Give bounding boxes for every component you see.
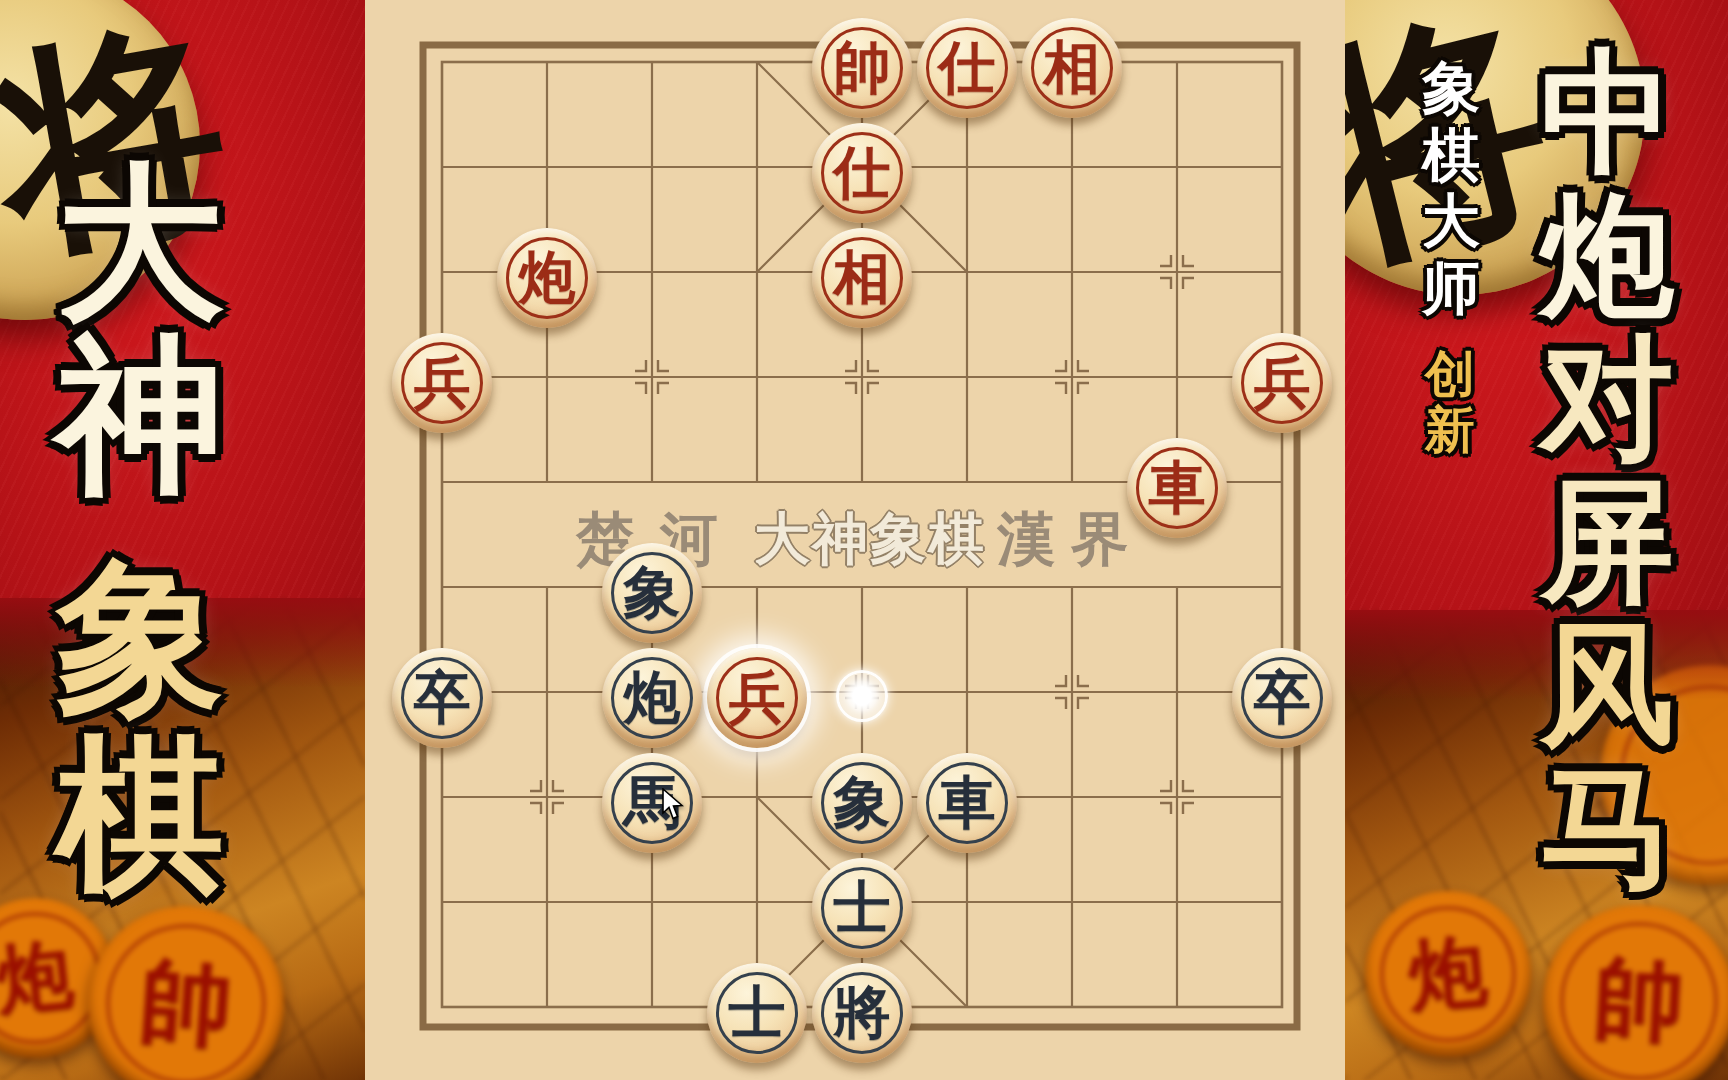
piece-glyph: 車 bbox=[939, 773, 996, 830]
piece-red-兵[interactable]: 兵 bbox=[392, 333, 492, 433]
piece-black-卒[interactable]: 卒 bbox=[1232, 648, 1332, 748]
piece-red-仕[interactable]: 仕 bbox=[917, 18, 1017, 118]
right-subtitle-char-1: 棋 bbox=[1422, 126, 1480, 184]
piece-red-車[interactable]: 車 bbox=[1127, 438, 1227, 538]
piece-glyph: 炮 bbox=[624, 668, 681, 725]
left-title-char-1: 神 bbox=[56, 330, 224, 498]
river-label-right: 漢界 bbox=[997, 501, 1145, 579]
left-title-char-3: 棋 bbox=[56, 730, 224, 898]
piece-glyph: 相 bbox=[1044, 38, 1101, 95]
piece-glyph: 士 bbox=[834, 878, 891, 935]
piece-red-相[interactable]: 相 bbox=[812, 228, 912, 328]
right-title-char-5: 马 bbox=[1540, 760, 1674, 894]
photo-piece-glyph: 帥 bbox=[1591, 938, 1687, 1065]
piece-glyph: 兵 bbox=[414, 353, 471, 410]
piece-glyph: 象 bbox=[834, 773, 891, 830]
mouse-cursor bbox=[661, 788, 685, 822]
piece-glyph: 車 bbox=[1149, 458, 1206, 515]
right-subtitle-char-0: 象 bbox=[1422, 59, 1480, 117]
right-accent-char-0: 创 bbox=[1425, 349, 1475, 399]
piece-black-將[interactable]: 將 bbox=[812, 963, 912, 1063]
piece-black-士[interactable]: 士 bbox=[707, 963, 807, 1063]
right-title-char-2: 对 bbox=[1540, 331, 1674, 465]
piece-glyph: 兵 bbox=[729, 668, 786, 725]
piece-red-兵[interactable]: 兵 bbox=[1232, 333, 1332, 433]
piece-glyph: 將 bbox=[834, 983, 891, 1040]
piece-glyph: 兵 bbox=[1254, 353, 1311, 410]
right-subtitle-char-3: 师 bbox=[1422, 259, 1480, 317]
piece-black-士[interactable]: 士 bbox=[812, 858, 912, 958]
right-title-char-1: 炮 bbox=[1540, 188, 1674, 322]
right-title-char-4: 风 bbox=[1540, 617, 1674, 751]
piece-glyph: 帥 bbox=[834, 38, 891, 95]
piece-black-馬[interactable]: 馬 bbox=[602, 753, 702, 853]
piece-glyph: 象 bbox=[624, 563, 681, 620]
piece-black-卒[interactable]: 卒 bbox=[392, 648, 492, 748]
piece-glyph: 相 bbox=[834, 248, 891, 305]
piece-black-象[interactable]: 象 bbox=[602, 543, 702, 643]
screenshot-root: { "game": "Chinese Chess (Xiangqi)", "ap… bbox=[0, 0, 1728, 1080]
photo-piece-glyph: 炮 bbox=[0, 923, 78, 1033]
right-subtitle-char-2: 大 bbox=[1422, 192, 1480, 250]
piece-glyph: 仕 bbox=[834, 143, 891, 200]
app-watermark: 大神象棋 bbox=[754, 502, 986, 578]
right-accent-char-1: 新 bbox=[1425, 405, 1475, 455]
piece-glyph: 炮 bbox=[519, 248, 576, 305]
piece-red-帥[interactable]: 帥 bbox=[812, 18, 912, 118]
left-title-char-0: 大 bbox=[56, 158, 224, 326]
glow-ring bbox=[836, 670, 888, 722]
xiangqi-board: 楚河 大神象棋 漢界 帥仕相仕相炮兵兵車兵象卒炮卒馬象車士士將 bbox=[365, 0, 1345, 1080]
piece-red-兵[interactable]: 兵 bbox=[707, 648, 807, 748]
photo-piece-glyph: 炮 bbox=[1405, 918, 1492, 1029]
left-title-char-2: 象 bbox=[56, 553, 224, 721]
right-decor-panel: 将 炮 帥 象棋大师 创新 中炮对屏风马 bbox=[1345, 0, 1728, 1080]
photo-piece-glyph: 帥 bbox=[136, 939, 236, 1069]
photo-piece: 炮 bbox=[1365, 891, 1531, 1057]
piece-black-象[interactable]: 象 bbox=[812, 753, 912, 853]
piece-glyph: 卒 bbox=[1254, 668, 1311, 725]
piece-glyph: 仕 bbox=[939, 38, 996, 95]
piece-glyph: 士 bbox=[729, 983, 786, 1040]
right-title-char-3: 屏 bbox=[1540, 474, 1674, 608]
piece-red-仕[interactable]: 仕 bbox=[812, 123, 912, 223]
piece-glyph: 卒 bbox=[414, 668, 471, 725]
piece-black-炮[interactable]: 炮 bbox=[602, 648, 702, 748]
move-origin-glow-marker bbox=[817, 651, 907, 741]
left-decor-panel: 将 炮 帥 大神象棋 bbox=[0, 0, 365, 1080]
piece-red-相[interactable]: 相 bbox=[1022, 18, 1122, 118]
piece-black-車[interactable]: 車 bbox=[917, 753, 1017, 853]
piece-red-炮[interactable]: 炮 bbox=[497, 228, 597, 328]
right-title-char-0: 中 bbox=[1540, 45, 1674, 179]
